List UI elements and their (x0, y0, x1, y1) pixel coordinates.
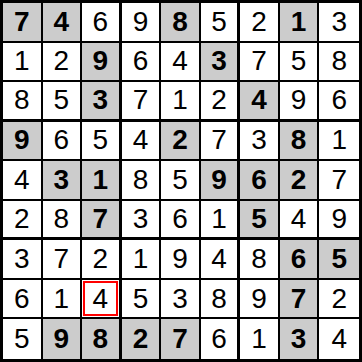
cell-r6c5[interactable]: 6 (161, 201, 201, 241)
cell-r7c7[interactable]: 8 (240, 240, 280, 280)
cell-r9c2[interactable]: 9 (43, 319, 83, 359)
cell-r6c3[interactable]: 7 (82, 201, 122, 241)
cell-r8c9[interactable]: 2 (319, 280, 359, 320)
cell-r7c2[interactable]: 7 (43, 240, 83, 280)
cell-r7c6[interactable]: 4 (201, 240, 241, 280)
cell-r8c2[interactable]: 1 (43, 280, 83, 320)
cell-r4c1[interactable]: 9 (3, 122, 43, 162)
cell-r8c4[interactable]: 5 (122, 280, 162, 320)
cell-r7c1[interactable]: 3 (3, 240, 43, 280)
cell-r3c7[interactable]: 4 (240, 82, 280, 122)
cell-r6c1[interactable]: 2 (3, 201, 43, 241)
cell-r2c3[interactable]: 9 (82, 43, 122, 83)
cell-r3c9[interactable]: 6 (319, 82, 359, 122)
cell-r9c3[interactable]: 8 (82, 319, 122, 359)
cell-r5c8[interactable]: 2 (280, 161, 320, 201)
cell-r6c6[interactable]: 1 (201, 201, 241, 241)
cell-r7c4[interactable]: 1 (122, 240, 162, 280)
cell-r9c6[interactable]: 6 (201, 319, 241, 359)
cell-r3c4[interactable]: 7 (122, 82, 162, 122)
cell-r6c7[interactable]: 5 (240, 201, 280, 241)
cell-r7c8[interactable]: 6 (280, 240, 320, 280)
cell-r3c1[interactable]: 8 (3, 82, 43, 122)
cell-r2c9[interactable]: 8 (319, 43, 359, 83)
cell-r1c1[interactable]: 7 (3, 3, 43, 43)
cell-r9c8[interactable]: 3 (280, 319, 320, 359)
cell-r1c3[interactable]: 6 (82, 3, 122, 43)
cell-r2c8[interactable]: 5 (280, 43, 320, 83)
cell-r8c1[interactable]: 6 (3, 280, 43, 320)
cell-r9c7[interactable]: 1 (240, 319, 280, 359)
cell-r3c6[interactable]: 2 (201, 82, 241, 122)
cell-r5c3[interactable]: 1 (82, 161, 122, 201)
cell-r4c4[interactable]: 4 (122, 122, 162, 162)
cell-r8c7[interactable]: 9 (240, 280, 280, 320)
cell-r1c4[interactable]: 9 (122, 3, 162, 43)
cell-r2c4[interactable]: 6 (122, 43, 162, 83)
cell-r6c2[interactable]: 8 (43, 201, 83, 241)
cell-r9c5[interactable]: 7 (161, 319, 201, 359)
cell-r7c5[interactable]: 9 (161, 240, 201, 280)
cell-r2c2[interactable]: 2 (43, 43, 83, 83)
cell-r6c4[interactable]: 3 (122, 201, 162, 241)
cell-r8c5[interactable]: 3 (161, 280, 201, 320)
cell-r7c9[interactable]: 5 (319, 240, 359, 280)
cell-r8c6[interactable]: 8 (201, 280, 241, 320)
cell-r4c7[interactable]: 3 (240, 122, 280, 162)
cell-r2c5[interactable]: 4 (161, 43, 201, 83)
cell-r1c9[interactable]: 3 (319, 3, 359, 43)
cell-r9c9[interactable]: 4 (319, 319, 359, 359)
cell-r3c5[interactable]: 1 (161, 82, 201, 122)
cell-r5c4[interactable]: 8 (122, 161, 162, 201)
cell-r4c6[interactable]: 7 (201, 122, 241, 162)
cell-r4c9[interactable]: 1 (319, 122, 359, 162)
cell-r8c8[interactable]: 7 (280, 280, 320, 320)
cell-r4c8[interactable]: 8 (280, 122, 320, 162)
cell-r3c3[interactable]: 3 (82, 82, 122, 122)
cell-r5c2[interactable]: 3 (43, 161, 83, 201)
cell-r5c9[interactable]: 7 (319, 161, 359, 201)
cell-r3c8[interactable]: 9 (280, 82, 320, 122)
cell-r2c7[interactable]: 7 (240, 43, 280, 83)
cell-r6c8[interactable]: 4 (280, 201, 320, 241)
cell-r1c7[interactable]: 2 (240, 3, 280, 43)
cell-r1c8[interactable]: 1 (280, 3, 320, 43)
cell-r3c2[interactable]: 5 (43, 82, 83, 122)
cell-r1c5[interactable]: 8 (161, 3, 201, 43)
cell-r1c6[interactable]: 5 (201, 3, 241, 43)
cell-r6c9[interactable]: 9 (319, 201, 359, 241)
cell-r9c1[interactable]: 5 (3, 319, 43, 359)
cell-r2c6[interactable]: 3 (201, 43, 241, 83)
cell-r2c1[interactable]: 1 (3, 43, 43, 83)
cell-r7c3[interactable]: 2 (82, 240, 122, 280)
cell-r4c3[interactable]: 5 (82, 122, 122, 162)
cell-r5c7[interactable]: 6 (240, 161, 280, 201)
cell-r8c3[interactable]: 4 (82, 280, 122, 320)
cell-r9c4[interactable]: 2 (122, 319, 162, 359)
cell-r4c5[interactable]: 2 (161, 122, 201, 162)
cell-r5c1[interactable]: 4 (3, 161, 43, 201)
sudoku-board: 7469852131296437588537124969654273814318… (0, 0, 362, 362)
cell-r5c6[interactable]: 9 (201, 161, 241, 201)
cell-r1c2[interactable]: 4 (43, 3, 83, 43)
cell-r5c5[interactable]: 5 (161, 161, 201, 201)
cell-r4c2[interactable]: 6 (43, 122, 83, 162)
